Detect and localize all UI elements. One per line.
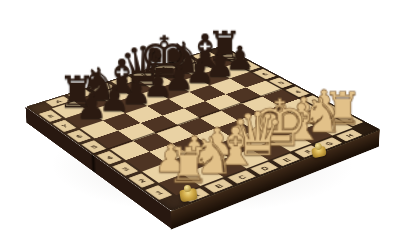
board-frame: ABCDEFGH ABCDEFGH 87654321 87654321 ♜♞♝♛… bbox=[25, 45, 380, 211]
perspective-container: ABCDEFGH ABCDEFGH 87654321 87654321 ♜♞♝♛… bbox=[0, 0, 400, 240]
piece-black-pawn: ♟ bbox=[76, 89, 108, 125]
piece-white-rook: ♜ bbox=[167, 142, 211, 191]
photo-scene: ABCDEFGH ABCDEFGH 87654321 87654321 ♜♞♝♛… bbox=[0, 0, 400, 240]
chess-board: ABCDEFGH ABCDEFGH 87654321 87654321 ♜♞♝♛… bbox=[25, 45, 380, 211]
